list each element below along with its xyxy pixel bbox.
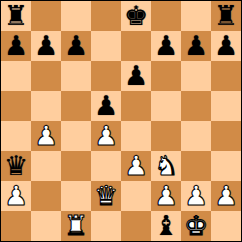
square-g6[interactable] (181, 61, 211, 91)
square-b2[interactable] (31, 181, 61, 211)
square-c6[interactable] (61, 61, 91, 91)
square-d4[interactable]: ♟ (91, 121, 121, 151)
square-c5[interactable] (61, 91, 91, 121)
square-e2[interactable] (121, 181, 151, 211)
square-g3[interactable] (181, 151, 211, 181)
square-e4[interactable] (121, 121, 151, 151)
square-a4[interactable] (1, 121, 31, 151)
square-e7[interactable] (121, 31, 151, 61)
white-rook[interactable]: ♜ (64, 211, 88, 241)
square-a8[interactable]: ♜ (1, 1, 31, 31)
square-g4[interactable] (181, 121, 211, 151)
square-a7[interactable]: ♟ (1, 31, 31, 61)
square-h2[interactable]: ♟ (211, 181, 241, 211)
white-king[interactable]: ♚ (184, 211, 208, 241)
square-h6[interactable] (211, 61, 241, 91)
square-f6[interactable] (151, 61, 181, 91)
white-pawn[interactable]: ♟ (154, 181, 178, 211)
square-f2[interactable]: ♟ (151, 181, 181, 211)
square-e1[interactable] (121, 211, 151, 241)
square-g2[interactable]: ♟ (181, 181, 211, 211)
square-f4[interactable] (151, 121, 181, 151)
square-a2[interactable]: ♟ (1, 181, 31, 211)
black-pawn[interactable]: ♟ (4, 31, 28, 61)
square-b7[interactable]: ♟ (31, 31, 61, 61)
black-queen[interactable]: ♛ (4, 151, 28, 181)
square-g1[interactable]: ♚ (181, 211, 211, 241)
square-b1[interactable] (31, 211, 61, 241)
black-pawn[interactable]: ♟ (64, 31, 88, 61)
black-bishop[interactable]: ♝ (154, 211, 178, 241)
white-pawn[interactable]: ♟ (124, 151, 148, 181)
square-e8[interactable]: ♚ (121, 1, 151, 31)
square-d2[interactable]: ♛ (91, 181, 121, 211)
black-pawn[interactable]: ♟ (154, 31, 178, 61)
square-a5[interactable] (1, 91, 31, 121)
black-pawn[interactable]: ♟ (34, 31, 58, 61)
square-g5[interactable] (181, 91, 211, 121)
square-d3[interactable] (91, 151, 121, 181)
square-g7[interactable]: ♟ (181, 31, 211, 61)
square-a6[interactable] (1, 61, 31, 91)
square-b6[interactable] (31, 61, 61, 91)
black-rook[interactable]: ♜ (4, 1, 28, 31)
white-pawn[interactable]: ♟ (214, 181, 238, 211)
square-b4[interactable]: ♟ (31, 121, 61, 151)
square-e6[interactable]: ♟ (121, 61, 151, 91)
square-d6[interactable] (91, 61, 121, 91)
chess-board: ♜♚♜♟♟♟♟♟♟♟♟♟♟♛♟♞♟♛♟♟♟♜♝♚ (1, 1, 241, 241)
square-h7[interactable]: ♟ (211, 31, 241, 61)
square-h8[interactable]: ♜ (211, 1, 241, 31)
chess-board-frame: ♜♚♜♟♟♟♟♟♟♟♟♟♟♛♟♞♟♛♟♟♟♜♝♚ (0, 0, 242, 242)
white-pawn[interactable]: ♟ (4, 181, 28, 211)
square-a3[interactable]: ♛ (1, 151, 31, 181)
square-e3[interactable]: ♟ (121, 151, 151, 181)
white-queen[interactable]: ♛ (94, 181, 118, 211)
black-rook[interactable]: ♜ (214, 1, 238, 31)
square-c8[interactable] (61, 1, 91, 31)
white-pawn[interactable]: ♟ (34, 121, 58, 151)
black-pawn[interactable]: ♟ (124, 61, 148, 91)
square-d5[interactable]: ♟ (91, 91, 121, 121)
square-c7[interactable]: ♟ (61, 31, 91, 61)
square-g8[interactable] (181, 1, 211, 31)
black-king[interactable]: ♚ (124, 1, 148, 31)
square-c2[interactable] (61, 181, 91, 211)
square-f3[interactable]: ♞ (151, 151, 181, 181)
square-b5[interactable] (31, 91, 61, 121)
black-pawn[interactable]: ♟ (214, 31, 238, 61)
square-d7[interactable] (91, 31, 121, 61)
square-d8[interactable] (91, 1, 121, 31)
square-h5[interactable] (211, 91, 241, 121)
square-h3[interactable] (211, 151, 241, 181)
square-h4[interactable] (211, 121, 241, 151)
black-pawn[interactable]: ♟ (184, 31, 208, 61)
square-h1[interactable] (211, 211, 241, 241)
square-a1[interactable] (1, 211, 31, 241)
square-e5[interactable] (121, 91, 151, 121)
square-f7[interactable]: ♟ (151, 31, 181, 61)
square-f1[interactable]: ♝ (151, 211, 181, 241)
square-d1[interactable] (91, 211, 121, 241)
white-pawn[interactable]: ♟ (94, 121, 118, 151)
square-c3[interactable] (61, 151, 91, 181)
square-c4[interactable] (61, 121, 91, 151)
square-c1[interactable]: ♜ (61, 211, 91, 241)
white-knight[interactable]: ♞ (154, 151, 178, 181)
square-b3[interactable] (31, 151, 61, 181)
white-pawn[interactable]: ♟ (184, 181, 208, 211)
square-f8[interactable] (151, 1, 181, 31)
square-b8[interactable] (31, 1, 61, 31)
black-pawn[interactable]: ♟ (94, 91, 118, 121)
square-f5[interactable] (151, 91, 181, 121)
